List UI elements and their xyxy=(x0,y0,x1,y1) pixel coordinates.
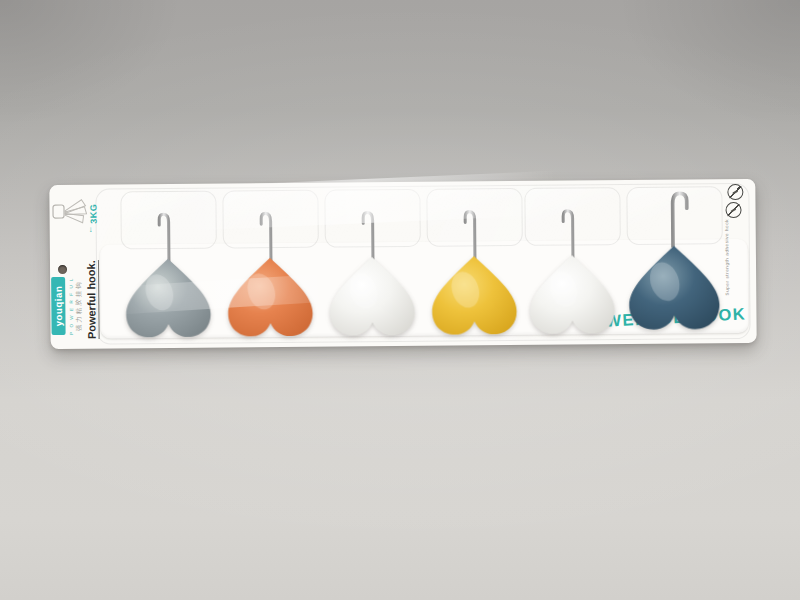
heart-hook-white xyxy=(328,255,417,337)
brand-logo-text: youqian xyxy=(53,286,64,327)
metal-hook-icon xyxy=(660,189,691,247)
metal-hook-icon xyxy=(156,210,180,262)
heart-hook-yellow xyxy=(430,254,519,336)
photo-background: 3KG ↓ youqian P O W E R F U L 强力粘胶挂钩 Pow… xyxy=(0,0,800,600)
weight-arrow-icon: ↓ xyxy=(89,225,93,234)
metal-hook-icon xyxy=(560,206,584,258)
metal-hook-icon xyxy=(258,209,282,261)
heart-hook-white xyxy=(528,253,617,335)
brand-logo: youqian xyxy=(51,277,66,335)
hang-hole xyxy=(58,265,67,274)
metal-hook-icon xyxy=(462,207,486,259)
metal-hook-icon xyxy=(360,208,384,260)
no-nail-icon xyxy=(725,202,741,218)
no-hammer-icon xyxy=(727,184,743,200)
heart-hook-gray xyxy=(124,257,213,339)
heart-hook-orange xyxy=(226,256,315,338)
product-card: 3KG ↓ youqian P O W E R F U L 强力粘胶挂钩 Pow… xyxy=(49,179,756,349)
side-note-vertical: Super strength adhesive hook xyxy=(722,219,733,295)
heart-hook-slate-blue xyxy=(627,243,722,331)
